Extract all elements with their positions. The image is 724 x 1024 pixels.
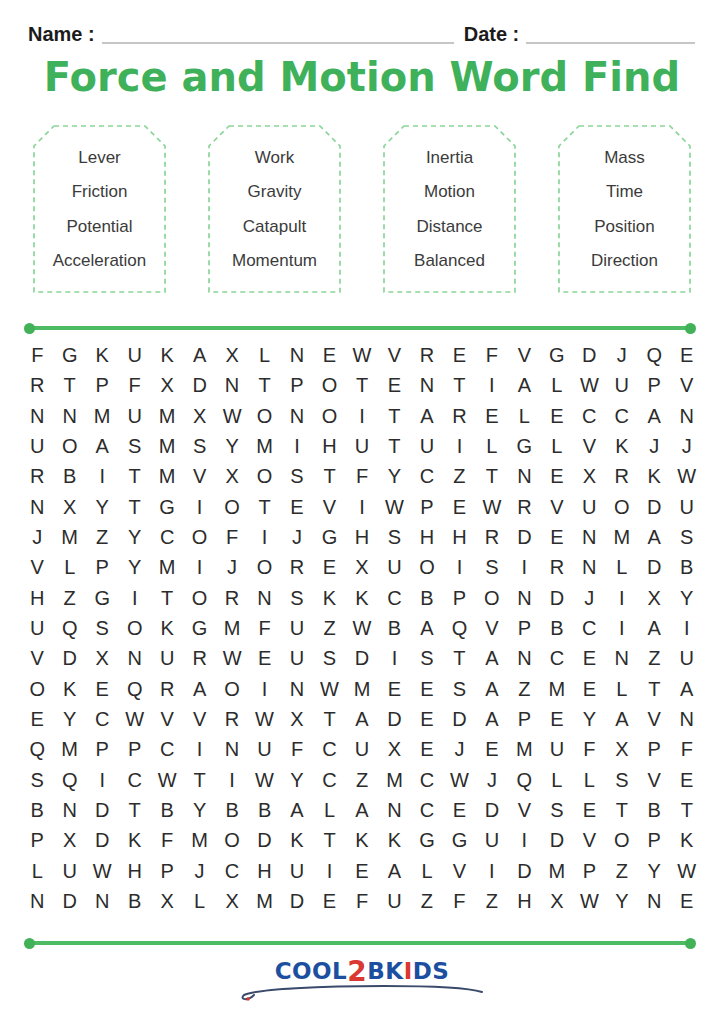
grid-cell[interactable]: C [573, 401, 605, 431]
grid-cell[interactable]: U [476, 825, 508, 855]
grid-cell[interactable]: X [216, 340, 248, 370]
grid-cell[interactable]: V [378, 340, 410, 370]
grid-cell[interactable]: M [346, 673, 378, 703]
grid-cell[interactable]: N [21, 492, 53, 522]
grid-cell[interactable]: M [541, 855, 573, 885]
grid-cell[interactable]: Z [443, 461, 475, 491]
grid-cell[interactable]: U [573, 492, 605, 522]
grid-cell[interactable]: S [281, 461, 313, 491]
grid-cell[interactable]: H [21, 583, 53, 613]
grid-cell[interactable]: T [606, 795, 638, 825]
grid-cell[interactable]: V [638, 764, 670, 794]
grid-cell[interactable]: Y [606, 886, 638, 916]
grid-cell[interactable]: O [183, 522, 215, 552]
grid-cell[interactable]: P [86, 370, 118, 400]
grid-cell[interactable]: D [183, 370, 215, 400]
grid-cell[interactable]: J [21, 522, 53, 552]
grid-cell[interactable]: H [248, 855, 280, 885]
grid-cell[interactable]: M [183, 825, 215, 855]
grid-cell[interactable]: U [21, 431, 53, 461]
grid-cell[interactable]: V [638, 704, 670, 734]
grid-cell[interactable]: B [541, 613, 573, 643]
grid-cell[interactable]: I [313, 855, 345, 885]
grid-cell[interactable]: T [443, 643, 475, 673]
grid-cell[interactable]: A [476, 673, 508, 703]
grid-cell[interactable]: L [476, 431, 508, 461]
grid-cell[interactable]: V [508, 795, 540, 825]
grid-cell[interactable]: J [183, 855, 215, 885]
grid-cell[interactable]: P [508, 613, 540, 643]
grid-cell[interactable]: F [443, 886, 475, 916]
grid-cell[interactable]: R [443, 401, 475, 431]
grid-cell[interactable]: D [508, 855, 540, 885]
grid-cell[interactable]: U [118, 340, 150, 370]
grid-cell[interactable]: G [86, 583, 118, 613]
grid-cell[interactable]: N [21, 886, 53, 916]
grid-cell[interactable]: T [313, 461, 345, 491]
grid-cell[interactable]: E [476, 401, 508, 431]
grid-cell[interactable]: X [378, 734, 410, 764]
grid-cell[interactable]: N [573, 522, 605, 552]
grid-cell[interactable]: I [606, 613, 638, 643]
grid-cell[interactable]: A [508, 370, 540, 400]
grid-cell[interactable]: U [378, 552, 410, 582]
grid-cell[interactable]: H [313, 431, 345, 461]
grid-cell[interactable]: S [281, 583, 313, 613]
grid-cell[interactable]: Y [183, 795, 215, 825]
grid-cell[interactable]: C [606, 401, 638, 431]
grid-cell[interactable]: C [541, 643, 573, 673]
grid-cell[interactable]: S [86, 613, 118, 643]
grid-cell[interactable]: K [313, 583, 345, 613]
grid-cell[interactable]: M [248, 886, 280, 916]
grid-cell[interactable]: R [508, 492, 540, 522]
grid-cell[interactable]: R [541, 552, 573, 582]
grid-cell[interactable]: V [443, 855, 475, 885]
grid-cell[interactable]: U [151, 643, 183, 673]
grid-cell[interactable]: X [281, 704, 313, 734]
grid-cell[interactable]: T [313, 704, 345, 734]
grid-cell[interactable]: T [183, 764, 215, 794]
grid-cell[interactable]: N [86, 886, 118, 916]
grid-cell[interactable]: S [671, 522, 703, 552]
grid-cell[interactable]: L [248, 340, 280, 370]
grid-cell[interactable]: E [281, 492, 313, 522]
grid-cell[interactable]: C [411, 795, 443, 825]
grid-cell[interactable]: M [606, 522, 638, 552]
grid-cell[interactable]: H [346, 522, 378, 552]
grid-cell[interactable]: F [281, 734, 313, 764]
grid-cell[interactable]: U [281, 855, 313, 885]
grid-cell[interactable]: A [638, 613, 670, 643]
grid-cell[interactable]: N [281, 673, 313, 703]
grid-cell[interactable]: O [313, 370, 345, 400]
grid-cell[interactable]: B [638, 795, 670, 825]
grid-cell[interactable]: E [671, 764, 703, 794]
grid-cell[interactable]: J [638, 431, 670, 461]
grid-cell[interactable]: G [313, 522, 345, 552]
grid-cell[interactable]: W [118, 704, 150, 734]
grid-cell[interactable]: O [216, 492, 248, 522]
grid-cell[interactable]: R [216, 704, 248, 734]
grid-cell[interactable]: D [541, 825, 573, 855]
grid-cell[interactable]: E [671, 340, 703, 370]
grid-cell[interactable]: N [118, 643, 150, 673]
grid-cell[interactable]: Q [443, 613, 475, 643]
grid-cell[interactable]: V [21, 552, 53, 582]
grid-cell[interactable]: N [248, 583, 280, 613]
grid-cell[interactable]: B [378, 613, 410, 643]
grid-cell[interactable]: E [313, 552, 345, 582]
grid-cell[interactable]: A [183, 340, 215, 370]
grid-cell[interactable]: N [508, 643, 540, 673]
grid-cell[interactable]: Z [606, 855, 638, 885]
grid-cell[interactable]: W [248, 764, 280, 794]
grid-cell[interactable]: A [411, 401, 443, 431]
grid-cell[interactable]: K [346, 825, 378, 855]
grid-cell[interactable]: Q [508, 764, 540, 794]
grid-cell[interactable]: C [216, 855, 248, 885]
grid-cell[interactable]: C [86, 704, 118, 734]
grid-cell[interactable]: F [573, 734, 605, 764]
grid-cell[interactable]: Z [86, 522, 118, 552]
grid-cell[interactable]: I [248, 522, 280, 552]
grid-cell[interactable]: A [346, 704, 378, 734]
grid-cell[interactable]: X [216, 461, 248, 491]
grid-cell[interactable]: K [671, 825, 703, 855]
grid-cell[interactable]: F [346, 886, 378, 916]
grid-cell[interactable]: O [606, 492, 638, 522]
grid-cell[interactable]: P [638, 370, 670, 400]
grid-cell[interactable]: T [671, 795, 703, 825]
grid-cell[interactable]: N [573, 552, 605, 582]
grid-cell[interactable]: D [476, 795, 508, 825]
grid-cell[interactable]: I [183, 734, 215, 764]
grid-cell[interactable]: T [118, 492, 150, 522]
grid-cell[interactable]: X [151, 370, 183, 400]
grid-cell[interactable]: E [541, 522, 573, 552]
grid-cell[interactable]: K [118, 825, 150, 855]
grid-cell[interactable]: A [411, 613, 443, 643]
grid-cell[interactable]: M [508, 734, 540, 764]
grid-cell[interactable]: P [638, 825, 670, 855]
grid-cell[interactable]: X [541, 886, 573, 916]
grid-cell[interactable]: A [281, 795, 313, 825]
grid-cell[interactable]: L [606, 552, 638, 582]
grid-cell[interactable]: N [508, 583, 540, 613]
grid-cell[interactable]: H [443, 522, 475, 552]
grid-cell[interactable]: O [53, 431, 85, 461]
grid-cell[interactable]: W [671, 461, 703, 491]
grid-cell[interactable]: U [671, 492, 703, 522]
grid-cell[interactable]: H [411, 522, 443, 552]
grid-cell[interactable]: N [216, 734, 248, 764]
grid-cell[interactable]: E [443, 492, 475, 522]
grid-cell[interactable]: D [86, 795, 118, 825]
grid-cell[interactable]: R [216, 583, 248, 613]
grid-cell[interactable]: P [573, 855, 605, 885]
grid-cell[interactable]: H [118, 855, 150, 885]
grid-cell[interactable]: U [346, 431, 378, 461]
grid-cell[interactable]: Y [378, 461, 410, 491]
grid-cell[interactable]: T [378, 401, 410, 431]
grid-cell[interactable]: D [378, 704, 410, 734]
grid-cell[interactable]: E [86, 673, 118, 703]
grid-cell[interactable]: O [248, 552, 280, 582]
grid-cell[interactable]: F [248, 613, 280, 643]
grid-cell[interactable]: L [183, 886, 215, 916]
grid-cell[interactable]: C [151, 734, 183, 764]
grid-cell[interactable]: P [151, 855, 183, 885]
grid-cell[interactable]: J [573, 583, 605, 613]
grid-cell[interactable]: B [151, 795, 183, 825]
grid-cell[interactable]: U [53, 855, 85, 885]
grid-cell[interactable]: Y [53, 704, 85, 734]
grid-cell[interactable]: I [378, 643, 410, 673]
grid-cell[interactable]: P [443, 583, 475, 613]
grid-cell[interactable]: M [151, 461, 183, 491]
grid-cell[interactable]: P [638, 734, 670, 764]
grid-cell[interactable]: I [346, 401, 378, 431]
grid-cell[interactable]: I [86, 461, 118, 491]
grid-cell[interactable]: M [86, 401, 118, 431]
grid-cell[interactable]: K [346, 583, 378, 613]
grid-cell[interactable]: O [606, 825, 638, 855]
grid-cell[interactable]: B [411, 583, 443, 613]
grid-cell[interactable]: N [508, 461, 540, 491]
grid-cell[interactable]: M [216, 613, 248, 643]
grid-cell[interactable]: K [638, 461, 670, 491]
grid-cell[interactable]: T [346, 370, 378, 400]
grid-cell[interactable]: I [508, 825, 540, 855]
grid-cell[interactable]: N [671, 401, 703, 431]
grid-cell[interactable]: F [216, 522, 248, 552]
grid-cell[interactable]: W [346, 340, 378, 370]
grid-cell[interactable]: L [541, 370, 573, 400]
grid-cell[interactable]: Z [313, 613, 345, 643]
grid-cell[interactable]: P [118, 734, 150, 764]
grid-cell[interactable]: G [443, 825, 475, 855]
grid-cell[interactable]: I [476, 370, 508, 400]
grid-cell[interactable]: U [378, 886, 410, 916]
grid-cell[interactable]: N [411, 370, 443, 400]
grid-cell[interactable]: T [476, 461, 508, 491]
grid-cell[interactable]: S [443, 673, 475, 703]
grid-cell[interactable]: V [573, 431, 605, 461]
grid-cell[interactable]: H [508, 886, 540, 916]
grid-cell[interactable]: L [541, 764, 573, 794]
grid-cell[interactable]: S [183, 431, 215, 461]
grid-cell[interactable]: R [183, 643, 215, 673]
grid-cell[interactable]: V [313, 492, 345, 522]
grid-cell[interactable]: X [86, 643, 118, 673]
grid-cell[interactable]: G [151, 492, 183, 522]
grid-cell[interactable]: P [411, 492, 443, 522]
grid-cell[interactable]: D [541, 583, 573, 613]
grid-cell[interactable]: E [411, 704, 443, 734]
grid-cell[interactable]: K [378, 825, 410, 855]
grid-cell[interactable]: E [378, 370, 410, 400]
grid-cell[interactable]: A [606, 704, 638, 734]
grid-cell[interactable]: S [378, 522, 410, 552]
grid-cell[interactable]: I [86, 764, 118, 794]
grid-cell[interactable]: C [411, 764, 443, 794]
grid-cell[interactable]: V [151, 704, 183, 734]
grid-cell[interactable]: W [573, 886, 605, 916]
grid-cell[interactable]: I [606, 583, 638, 613]
grid-cell[interactable]: O [21, 673, 53, 703]
grid-cell[interactable]: C [313, 734, 345, 764]
grid-cell[interactable]: I [476, 855, 508, 885]
grid-cell[interactable]: A [346, 795, 378, 825]
grid-cell[interactable]: Y [118, 522, 150, 552]
grid-cell[interactable]: W [86, 855, 118, 885]
grid-cell[interactable]: S [606, 764, 638, 794]
grid-cell[interactable]: J [443, 734, 475, 764]
grid-cell[interactable]: M [151, 401, 183, 431]
grid-cell[interactable]: E [573, 673, 605, 703]
grid-cell[interactable]: G [411, 825, 443, 855]
grid-cell[interactable]: F [671, 734, 703, 764]
grid-cell[interactable]: O [411, 552, 443, 582]
grid-cell[interactable]: O [118, 613, 150, 643]
grid-cell[interactable]: S [21, 764, 53, 794]
grid-cell[interactable]: T [118, 461, 150, 491]
grid-cell[interactable]: I [443, 431, 475, 461]
grid-cell[interactable]: U [248, 734, 280, 764]
grid-cell[interactable]: F [346, 461, 378, 491]
grid-cell[interactable]: O [216, 825, 248, 855]
grid-cell[interactable]: I [118, 583, 150, 613]
grid-cell[interactable]: W [346, 613, 378, 643]
grid-cell[interactable]: J [476, 764, 508, 794]
grid-cell[interactable]: M [378, 764, 410, 794]
grid-cell[interactable]: J [281, 522, 313, 552]
grid-cell[interactable]: O [216, 673, 248, 703]
grid-cell[interactable]: U [541, 734, 573, 764]
grid-cell[interactable]: M [151, 431, 183, 461]
grid-cell[interactable]: A [378, 855, 410, 885]
grid-cell[interactable]: O [313, 401, 345, 431]
grid-cell[interactable]: D [53, 643, 85, 673]
grid-cell[interactable]: Q [118, 673, 150, 703]
grid-cell[interactable]: E [313, 886, 345, 916]
grid-cell[interactable]: U [411, 431, 443, 461]
grid-cell[interactable]: T [118, 795, 150, 825]
grid-cell[interactable]: G [183, 613, 215, 643]
grid-cell[interactable]: B [216, 795, 248, 825]
grid-cell[interactable]: T [248, 370, 280, 400]
grid-cell[interactable]: I [248, 673, 280, 703]
grid-cell[interactable]: O [183, 583, 215, 613]
grid-cell[interactable]: U [346, 734, 378, 764]
grid-cell[interactable]: D [53, 886, 85, 916]
grid-cell[interactable]: R [606, 461, 638, 491]
grid-cell[interactable]: R [21, 461, 53, 491]
grid-cell[interactable]: R [476, 522, 508, 552]
grid-cell[interactable]: A [638, 522, 670, 552]
grid-cell[interactable]: W [573, 370, 605, 400]
date-field-line[interactable] [526, 24, 695, 44]
grid-cell[interactable]: X [183, 401, 215, 431]
grid-cell[interactable]: C [118, 764, 150, 794]
grid-cell[interactable]: E [346, 855, 378, 885]
grid-cell[interactable]: V [183, 704, 215, 734]
grid-cell[interactable]: L [21, 855, 53, 885]
grid-cell[interactable]: V [21, 643, 53, 673]
name-field-line[interactable] [102, 24, 454, 44]
grid-cell[interactable]: I [183, 492, 215, 522]
grid-cell[interactable]: N [21, 401, 53, 431]
grid-cell[interactable]: Y [86, 492, 118, 522]
grid-cell[interactable]: K [53, 673, 85, 703]
grid-cell[interactable]: L [573, 764, 605, 794]
grid-cell[interactable]: T [378, 431, 410, 461]
grid-cell[interactable]: M [53, 734, 85, 764]
grid-cell[interactable]: N [638, 886, 670, 916]
grid-cell[interactable]: X [573, 461, 605, 491]
grid-cell[interactable]: L [541, 431, 573, 461]
grid-cell[interactable]: Q [21, 734, 53, 764]
grid-cell[interactable]: G [508, 431, 540, 461]
grid-cell[interactable]: X [638, 583, 670, 613]
grid-cell[interactable]: R [411, 340, 443, 370]
grid-cell[interactable]: U [118, 401, 150, 431]
grid-cell[interactable]: X [216, 886, 248, 916]
grid-cell[interactable]: E [541, 704, 573, 734]
grid-cell[interactable]: Y [573, 704, 605, 734]
grid-cell[interactable]: P [86, 734, 118, 764]
grid-cell[interactable]: E [248, 643, 280, 673]
grid-cell[interactable]: F [151, 825, 183, 855]
grid-cell[interactable]: G [541, 340, 573, 370]
grid-cell[interactable]: A [476, 704, 508, 734]
grid-cell[interactable]: M [53, 522, 85, 552]
grid-cell[interactable]: U [21, 613, 53, 643]
grid-cell[interactable]: J [606, 340, 638, 370]
grid-cell[interactable]: I [508, 552, 540, 582]
grid-cell[interactable]: B [118, 886, 150, 916]
grid-cell[interactable]: W [443, 764, 475, 794]
grid-cell[interactable]: V [508, 340, 540, 370]
grid-cell[interactable]: W [476, 492, 508, 522]
grid-cell[interactable]: W [248, 704, 280, 734]
grid-cell[interactable]: X [606, 734, 638, 764]
grid-cell[interactable]: D [248, 825, 280, 855]
grid-cell[interactable]: N [281, 340, 313, 370]
grid-cell[interactable]: Y [281, 764, 313, 794]
grid-cell[interactable]: Y [638, 855, 670, 885]
grid-cell[interactable]: D [638, 552, 670, 582]
grid-cell[interactable]: L [606, 673, 638, 703]
grid-cell[interactable]: U [281, 643, 313, 673]
grid-cell[interactable]: A [183, 673, 215, 703]
grid-cell[interactable]: S [541, 795, 573, 825]
grid-cell[interactable]: Z [638, 643, 670, 673]
grid-cell[interactable]: E [411, 734, 443, 764]
grid-cell[interactable]: W [313, 673, 345, 703]
grid-cell[interactable]: P [281, 370, 313, 400]
grid-cell[interactable]: T [443, 370, 475, 400]
grid-cell[interactable]: I [183, 552, 215, 582]
grid-cell[interactable]: B [248, 795, 280, 825]
grid-cell[interactable]: I [281, 431, 313, 461]
grid-cell[interactable]: T [248, 492, 280, 522]
grid-cell[interactable]: W [216, 401, 248, 431]
grid-cell[interactable]: Y [671, 583, 703, 613]
grid-cell[interactable]: E [541, 401, 573, 431]
grid-cell[interactable]: N [216, 370, 248, 400]
